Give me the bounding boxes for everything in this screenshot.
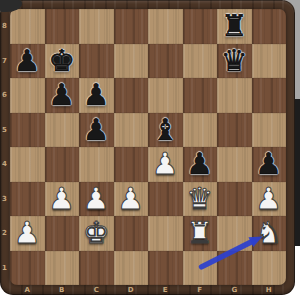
piece-black-pawn[interactable]: ♟: [83, 113, 110, 148]
rank-label-8: 8: [0, 22, 9, 30]
square-c2[interactable]: ♚: [79, 216, 114, 251]
rank-label-6: 6: [0, 91, 9, 99]
square-d7[interactable]: [114, 44, 149, 79]
rank-label-4: 4: [0, 160, 9, 168]
square-h3[interactable]: ♟: [252, 182, 287, 217]
rank-label-5: 5: [0, 126, 9, 134]
square-c6[interactable]: ♟: [79, 78, 114, 113]
square-a8[interactable]: [10, 9, 45, 44]
square-d1[interactable]: [114, 251, 149, 286]
square-g4[interactable]: [217, 147, 252, 182]
piece-white-rook[interactable]: ♜: [186, 216, 213, 251]
file-label-d: D: [125, 286, 137, 294]
piece-black-king[interactable]: ♚: [48, 44, 75, 79]
piece-white-pawn[interactable]: ♟: [83, 182, 110, 217]
square-b2[interactable]: [45, 216, 80, 251]
square-a1[interactable]: [10, 251, 45, 286]
square-f7[interactable]: [183, 44, 218, 79]
piece-black-queen[interactable]: ♛: [221, 44, 248, 79]
file-label-c: C: [90, 286, 102, 294]
square-g2[interactable]: [217, 216, 252, 251]
square-e8[interactable]: [148, 9, 183, 44]
piece-black-pawn[interactable]: ♟: [186, 147, 213, 182]
square-e4[interactable]: ♟: [148, 147, 183, 182]
file-label-g: G: [228, 286, 240, 294]
square-a6[interactable]: [10, 78, 45, 113]
square-c5[interactable]: ♟: [79, 113, 114, 148]
file-label-b: B: [56, 286, 68, 294]
rank-label-3: 3: [0, 195, 9, 203]
piece-white-pawn[interactable]: ♟: [117, 182, 144, 217]
piece-white-king[interactable]: ♚: [83, 216, 110, 251]
square-h8[interactable]: [252, 9, 287, 44]
piece-white-queen[interactable]: ♛: [186, 182, 213, 217]
piece-white-knight[interactable]: ♞: [255, 216, 282, 251]
square-g7[interactable]: ♛: [217, 44, 252, 79]
square-c7[interactable]: [79, 44, 114, 79]
square-g5[interactable]: [217, 113, 252, 148]
square-e2[interactable]: [148, 216, 183, 251]
square-c4[interactable]: [79, 147, 114, 182]
piece-white-pawn[interactable]: ♟: [14, 216, 41, 251]
square-e7[interactable]: [148, 44, 183, 79]
square-g8[interactable]: ♜: [217, 9, 252, 44]
square-h5[interactable]: [252, 113, 287, 148]
square-f2[interactable]: ♜: [183, 216, 218, 251]
piece-white-pawn[interactable]: ♟: [152, 147, 179, 182]
square-h7[interactable]: [252, 44, 287, 79]
square-f8[interactable]: [183, 9, 218, 44]
chess-board-widget: 87654321 ABCDEFGH ♜♟♚♛♟♟♟♝♟♟♟♟♟♟♛♟♟♚♜♞: [0, 0, 300, 300]
square-b7[interactable]: ♚: [45, 44, 80, 79]
file-label-e: E: [159, 286, 171, 294]
square-d4[interactable]: [114, 147, 149, 182]
square-d6[interactable]: [114, 78, 149, 113]
square-d2[interactable]: [114, 216, 149, 251]
square-e5[interactable]: ♝: [148, 113, 183, 148]
square-h1[interactable]: [252, 251, 287, 286]
square-a3[interactable]: [10, 182, 45, 217]
square-g3[interactable]: [217, 182, 252, 217]
square-c8[interactable]: [79, 9, 114, 44]
square-h6[interactable]: [252, 78, 287, 113]
rank-label-7: 7: [0, 57, 9, 65]
square-h2[interactable]: ♞: [252, 216, 287, 251]
square-f6[interactable]: [183, 78, 218, 113]
square-f4[interactable]: ♟: [183, 147, 218, 182]
square-d5[interactable]: [114, 113, 149, 148]
square-a4[interactable]: [10, 147, 45, 182]
square-b8[interactable]: [45, 9, 80, 44]
rank-label-1: 1: [0, 264, 9, 272]
square-d8[interactable]: [114, 9, 149, 44]
square-d3[interactable]: ♟: [114, 182, 149, 217]
square-a2[interactable]: ♟: [10, 216, 45, 251]
square-b3[interactable]: ♟: [45, 182, 80, 217]
piece-white-pawn[interactable]: ♟: [48, 182, 75, 217]
square-g1[interactable]: [217, 251, 252, 286]
square-f1[interactable]: [183, 251, 218, 286]
square-a5[interactable]: [10, 113, 45, 148]
piece-black-pawn[interactable]: ♟: [48, 78, 75, 113]
square-c1[interactable]: [79, 251, 114, 286]
square-e1[interactable]: [148, 251, 183, 286]
file-label-f: F: [194, 286, 206, 294]
square-f3[interactable]: ♛: [183, 182, 218, 217]
square-b4[interactable]: [45, 147, 80, 182]
file-label-a: A: [21, 286, 33, 294]
square-b6[interactable]: ♟: [45, 78, 80, 113]
board-grid[interactable]: ♜♟♚♛♟♟♟♝♟♟♟♟♟♟♛♟♟♚♜♞: [10, 9, 286, 285]
piece-black-rook[interactable]: ♜: [221, 9, 248, 44]
piece-black-pawn[interactable]: ♟: [255, 147, 282, 182]
piece-black-pawn[interactable]: ♟: [14, 44, 41, 79]
square-h4[interactable]: ♟: [252, 147, 287, 182]
square-c3[interactable]: ♟: [79, 182, 114, 217]
piece-white-pawn[interactable]: ♟: [255, 182, 282, 217]
rank-label-2: 2: [0, 229, 9, 237]
square-a7[interactable]: ♟: [10, 44, 45, 79]
square-b1[interactable]: [45, 251, 80, 286]
square-b5[interactable]: [45, 113, 80, 148]
square-g6[interactable]: [217, 78, 252, 113]
square-f5[interactable]: [183, 113, 218, 148]
piece-black-bishop[interactable]: ♝: [152, 113, 179, 148]
piece-black-pawn[interactable]: ♟: [83, 78, 110, 113]
square-e6[interactable]: [148, 78, 183, 113]
file-label-h: H: [263, 286, 275, 294]
square-e3[interactable]: [148, 182, 183, 217]
